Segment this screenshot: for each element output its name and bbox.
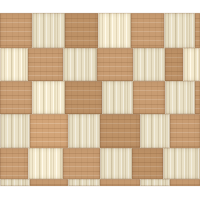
board-square-tan — [30, 179, 68, 186]
board-square-tan — [65, 13, 98, 48]
board-square-tan — [165, 48, 183, 81]
board-square-light — [0, 179, 30, 186]
board-square-light — [102, 81, 133, 114]
board-square-tan — [28, 48, 63, 81]
board-square-tan — [132, 148, 163, 179]
board-square-tan — [65, 81, 102, 114]
board-square-tan — [63, 148, 100, 179]
board-square-tan — [0, 148, 28, 179]
board-square-light — [32, 81, 65, 114]
board-square-light — [165, 81, 195, 114]
board-square-tan — [195, 81, 200, 114]
board-row — [0, 81, 200, 114]
board-square-light — [140, 179, 170, 186]
board-square-light — [32, 13, 65, 48]
board-square-light — [140, 114, 170, 148]
board-square-tan — [195, 13, 200, 48]
board-square-tan — [100, 179, 140, 186]
board-square-light — [183, 48, 200, 81]
board-square-tan — [133, 81, 165, 114]
board-square-light — [28, 148, 63, 179]
board-square-light — [100, 148, 132, 179]
board — [0, 13, 200, 186]
board-row — [0, 13, 200, 48]
board-square-light — [63, 48, 97, 81]
board-square-tan — [97, 48, 133, 81]
board-square-light — [163, 148, 200, 179]
board-square-light — [164, 13, 195, 48]
board-row — [0, 148, 200, 179]
board-square-light — [133, 48, 165, 81]
board-square-tan — [170, 114, 200, 148]
board-square-light — [68, 179, 100, 186]
board-square-tan — [0, 81, 32, 114]
board-square-tan — [131, 13, 164, 48]
board-square-tan — [100, 114, 140, 148]
board-square-light — [68, 114, 100, 148]
board-row — [0, 114, 200, 148]
board-square-tan — [0, 13, 32, 48]
board-square-tan — [170, 179, 200, 186]
board-square-light — [0, 48, 28, 81]
board-row — [0, 179, 200, 186]
board-square-light — [98, 13, 131, 48]
board-square-light — [0, 114, 30, 148]
board-square-tan — [30, 114, 68, 148]
photo-canvas — [0, 0, 200, 200]
board-row — [0, 48, 200, 81]
